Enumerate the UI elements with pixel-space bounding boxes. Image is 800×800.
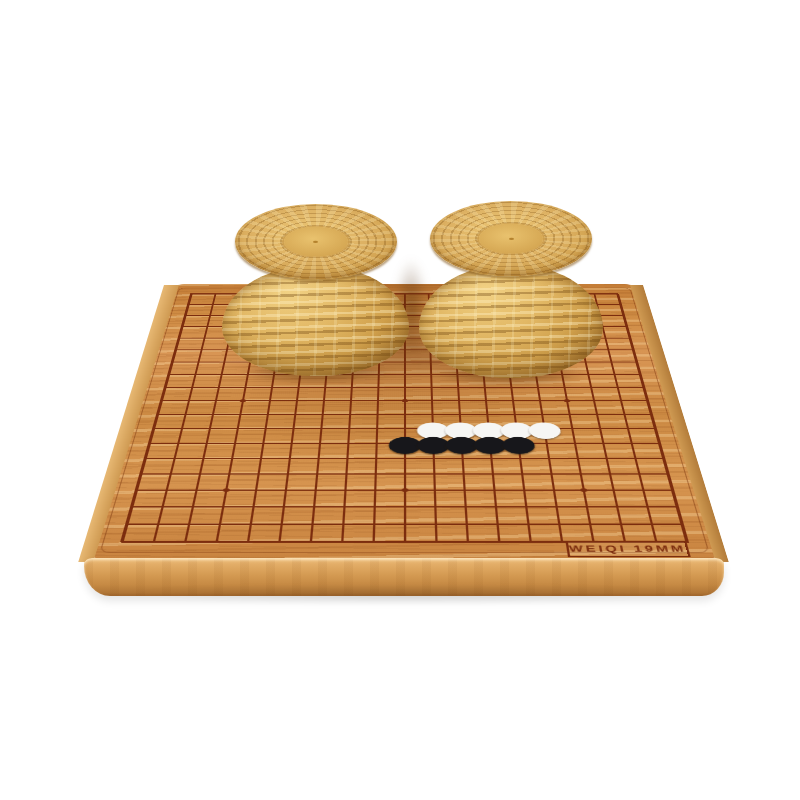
bowl-lid-center-dot (509, 238, 514, 240)
bowl-lid-center-dot (313, 241, 318, 243)
bowl-lid (430, 201, 592, 276)
bowl-lid-center (284, 227, 348, 257)
stone-black: ● (503, 436, 533, 451)
bowl-body (222, 266, 409, 376)
board-label: WEIQI 19MM (565, 541, 690, 557)
board-ground-shadow (120, 588, 680, 602)
stone-bowl-left (222, 204, 409, 376)
product-photo-scene: ●●●●●●●●●● WEIQI 19MM (0, 0, 800, 800)
bowl-lid-center (479, 224, 543, 254)
bowl-lid (235, 204, 397, 279)
bowl-body (419, 265, 603, 378)
stone-bowl-right (419, 201, 603, 378)
